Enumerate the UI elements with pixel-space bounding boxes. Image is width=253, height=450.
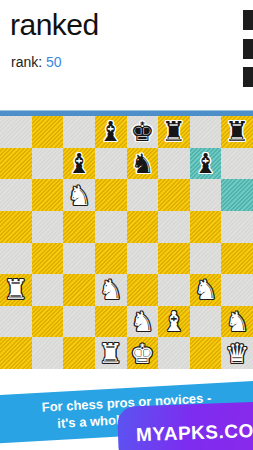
square-b1[interactable] — [32, 337, 64, 369]
black-knight-e7[interactable]: ♞ — [130, 150, 154, 177]
white-knight-g3[interactable]: ♞ — [193, 276, 217, 303]
white-queen-h1[interactable]: ♛ — [225, 340, 249, 367]
square-f1[interactable] — [158, 337, 190, 369]
square-h5[interactable] — [221, 211, 253, 243]
square-c7[interactable]: ♝ — [63, 148, 95, 180]
menu-bar-icon — [243, 39, 253, 59]
square-e4[interactable] — [127, 243, 159, 275]
page-title: ranked — [10, 8, 99, 42]
square-h8[interactable]: ♜ — [221, 116, 253, 148]
square-e5[interactable] — [127, 211, 159, 243]
square-d6[interactable] — [95, 179, 127, 211]
square-g8[interactable] — [190, 116, 222, 148]
rank-value: 50 — [46, 54, 62, 70]
square-g1[interactable] — [190, 337, 222, 369]
square-b8[interactable] — [32, 116, 64, 148]
square-f4[interactable] — [158, 243, 190, 275]
square-b6[interactable] — [32, 179, 64, 211]
menu-button[interactable] — [243, 10, 253, 87]
square-f6[interactable] — [158, 179, 190, 211]
app-screen: ranked rank: 50 ♝♚♜♜♝♞♝♞♜♞♞♞♝♞♜♚♛ For ch… — [0, 0, 253, 450]
square-h1[interactable]: ♛ — [221, 337, 253, 369]
watermark-badge: MYAPKS.COM — [117, 401, 253, 450]
square-g7[interactable]: ♝ — [190, 148, 222, 180]
square-c5[interactable] — [63, 211, 95, 243]
square-e3[interactable] — [127, 274, 159, 306]
chess-board: ♝♚♜♜♝♞♝♞♜♞♞♞♝♞♜♚♛ — [0, 116, 253, 369]
square-e2[interactable]: ♞ — [127, 306, 159, 338]
square-a1[interactable] — [0, 337, 32, 369]
square-d7[interactable] — [95, 148, 127, 180]
square-h3[interactable] — [221, 274, 253, 306]
square-c6[interactable]: ♞ — [63, 179, 95, 211]
square-a5[interactable] — [0, 211, 32, 243]
square-g6[interactable] — [190, 179, 222, 211]
white-knight-c6[interactable]: ♞ — [67, 182, 91, 209]
square-g2[interactable] — [190, 306, 222, 338]
square-d5[interactable] — [95, 211, 127, 243]
black-bishop-g7[interactable]: ♝ — [193, 150, 217, 177]
square-d3[interactable]: ♞ — [95, 274, 127, 306]
white-knight-d3[interactable]: ♞ — [99, 276, 123, 303]
square-d8[interactable]: ♝ — [95, 116, 127, 148]
square-b7[interactable] — [32, 148, 64, 180]
watermark-text: MYAPKS.COM — [136, 419, 253, 446]
white-king-e1[interactable]: ♚ — [130, 340, 154, 367]
square-e7[interactable]: ♞ — [127, 148, 159, 180]
black-rook-f8[interactable]: ♜ — [162, 118, 186, 145]
white-rook-d1[interactable]: ♜ — [99, 340, 123, 367]
square-h7[interactable] — [221, 148, 253, 180]
square-a8[interactable] — [0, 116, 32, 148]
square-h4[interactable] — [221, 243, 253, 275]
square-b5[interactable] — [32, 211, 64, 243]
square-d2[interactable] — [95, 306, 127, 338]
square-d1[interactable]: ♜ — [95, 337, 127, 369]
square-c2[interactable] — [63, 306, 95, 338]
square-c4[interactable] — [63, 243, 95, 275]
square-f8[interactable]: ♜ — [158, 116, 190, 148]
square-a7[interactable] — [0, 148, 32, 180]
menu-bar-icon — [243, 67, 253, 87]
black-bishop-c7[interactable]: ♝ — [67, 150, 91, 177]
square-e6[interactable] — [127, 179, 159, 211]
menu-bar-icon — [243, 10, 253, 30]
rank-label: rank: — [11, 54, 42, 70]
square-e8[interactable]: ♚ — [127, 116, 159, 148]
rank-line: rank: 50 — [11, 54, 62, 70]
square-b2[interactable] — [32, 306, 64, 338]
white-knight-h2[interactable]: ♞ — [225, 308, 249, 335]
square-e1[interactable]: ♚ — [127, 337, 159, 369]
square-g4[interactable] — [190, 243, 222, 275]
square-h2[interactable]: ♞ — [221, 306, 253, 338]
square-d4[interactable] — [95, 243, 127, 275]
square-g5[interactable] — [190, 211, 222, 243]
white-knight-e2[interactable]: ♞ — [130, 308, 154, 335]
square-c3[interactable] — [63, 274, 95, 306]
square-b3[interactable] — [32, 274, 64, 306]
square-g3[interactable]: ♞ — [190, 274, 222, 306]
square-f5[interactable] — [158, 211, 190, 243]
square-a6[interactable] — [0, 179, 32, 211]
square-a2[interactable] — [0, 306, 32, 338]
square-f2[interactable]: ♝ — [158, 306, 190, 338]
white-rook-a3[interactable]: ♜ — [4, 276, 28, 303]
black-bishop-d8[interactable]: ♝ — [99, 118, 123, 145]
white-bishop-f2[interactable]: ♝ — [162, 308, 186, 335]
square-c8[interactable] — [63, 116, 95, 148]
black-rook-h8[interactable]: ♜ — [225, 118, 249, 145]
square-a4[interactable] — [0, 243, 32, 275]
square-h6[interactable] — [221, 179, 253, 211]
square-b4[interactable] — [32, 243, 64, 275]
square-c1[interactable] — [63, 337, 95, 369]
square-f7[interactable] — [158, 148, 190, 180]
square-f3[interactable] — [158, 274, 190, 306]
black-king-e8[interactable]: ♚ — [130, 118, 154, 145]
square-a3[interactable]: ♜ — [0, 274, 32, 306]
